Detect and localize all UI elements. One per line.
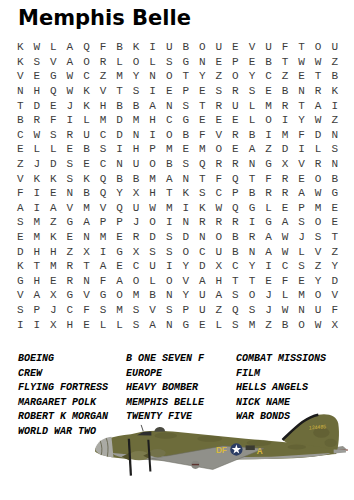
grid-cell: F bbox=[45, 113, 62, 128]
word-list-item: COMBAT MISSIONS bbox=[236, 352, 352, 367]
grid-cell: K bbox=[12, 259, 29, 274]
grid-cell: Z bbox=[211, 69, 228, 84]
camo-patch bbox=[197, 436, 222, 442]
grid-cell: U bbox=[211, 244, 228, 259]
grid-cell: I bbox=[260, 259, 277, 274]
grid-cell: Y bbox=[177, 288, 194, 303]
grid-cell: G bbox=[260, 215, 277, 230]
grid-cell: L bbox=[310, 142, 327, 157]
grid-cell: I bbox=[62, 113, 79, 128]
grid-cell: S bbox=[62, 157, 79, 172]
grid-cell: E bbox=[177, 142, 194, 157]
grid-cell: E bbox=[326, 215, 343, 230]
grid-cell: E bbox=[227, 40, 244, 55]
grid-cell: N bbox=[326, 157, 343, 172]
grid-cell: T bbox=[244, 171, 261, 186]
grid-cell: Z bbox=[326, 244, 343, 259]
grid-cell: O bbox=[177, 244, 194, 259]
grid-cell: J bbox=[29, 157, 46, 172]
grid-cell: R bbox=[211, 98, 228, 113]
grid-cell: Q bbox=[45, 84, 62, 99]
grid-cell: O bbox=[310, 40, 327, 55]
grid-cell: G bbox=[95, 288, 112, 303]
grid-cell: M bbox=[128, 113, 145, 128]
word-list-item: B ONE SEVEN F bbox=[126, 352, 236, 367]
grid-cell: U bbox=[144, 259, 161, 274]
grid-cell: M bbox=[144, 171, 161, 186]
grid-cell: N bbox=[293, 84, 310, 99]
grid-cell: H bbox=[29, 244, 46, 259]
grid-cell: A bbox=[12, 201, 29, 216]
grid-cell: A bbox=[194, 274, 211, 289]
grid-cell: K bbox=[78, 84, 95, 99]
grid-cell: R bbox=[211, 215, 228, 230]
grid-cell: T bbox=[310, 69, 327, 84]
grid-cell: M bbox=[277, 128, 294, 143]
grid-cell: N bbox=[244, 157, 261, 172]
grid-cell: T bbox=[227, 274, 244, 289]
grid-cell: D bbox=[310, 128, 327, 143]
grid-cell: T bbox=[194, 98, 211, 113]
grid-cell: O bbox=[111, 288, 128, 303]
grid-cell: L bbox=[144, 55, 161, 70]
grid-cell: Y bbox=[244, 69, 261, 84]
grid-cell: N bbox=[111, 157, 128, 172]
grid-cell: N bbox=[194, 230, 211, 245]
grid-cell: L bbox=[111, 317, 128, 332]
fuselage-code-left: DF bbox=[216, 446, 227, 455]
grid-cell: E bbox=[227, 113, 244, 128]
grid-cell: S bbox=[45, 128, 62, 143]
grid-cell: J bbox=[128, 215, 145, 230]
page-title: Memphis Belle bbox=[18, 6, 191, 30]
grid-cell: D bbox=[29, 98, 46, 113]
grid-cell: E bbox=[277, 201, 294, 216]
grid-cell: I bbox=[29, 186, 46, 201]
grid-cell: U bbox=[326, 40, 343, 55]
word-list-item: FLYING FORTRESS bbox=[18, 381, 126, 396]
grid-cell: X bbox=[211, 259, 228, 274]
grid-cell: A bbox=[244, 142, 261, 157]
grid-cell: B bbox=[277, 84, 294, 99]
grid-cell: V bbox=[144, 303, 161, 318]
grid-cell: N bbox=[12, 84, 29, 99]
grid-cell: A bbox=[111, 274, 128, 289]
grid-cell: N bbox=[62, 186, 79, 201]
grid-cell: O bbox=[194, 40, 211, 55]
grid-cell: A bbox=[293, 186, 310, 201]
grid-cell: Z bbox=[95, 69, 112, 84]
grid-cell: I bbox=[326, 98, 343, 113]
grid-cell: L bbox=[293, 244, 310, 259]
grid-cell: N bbox=[161, 288, 178, 303]
grid-cell: B bbox=[78, 142, 95, 157]
grid-cell: Q bbox=[95, 171, 112, 186]
grid-cell: G bbox=[12, 274, 29, 289]
grid-cell: W bbox=[62, 84, 79, 99]
grid-cell: T bbox=[244, 274, 261, 289]
grid-cell: S bbox=[177, 98, 194, 113]
grid-cell: R bbox=[227, 215, 244, 230]
grid-cell: B bbox=[326, 171, 343, 186]
b17-aircraft-illustration: 124485 DF A bbox=[92, 411, 348, 487]
word-list-item: MARGARET POLK bbox=[18, 396, 126, 411]
grid-cell: S bbox=[227, 317, 244, 332]
grid-cell: C bbox=[128, 259, 145, 274]
grid-cell: I bbox=[260, 128, 277, 143]
grid-cell: R bbox=[310, 84, 327, 99]
grid-cell: V bbox=[12, 288, 29, 303]
grid-cell: R bbox=[227, 128, 244, 143]
grid-cell: E bbox=[45, 274, 62, 289]
grid-cell: F bbox=[260, 171, 277, 186]
grid-cell: R bbox=[310, 157, 327, 172]
grid-cell: B bbox=[111, 98, 128, 113]
grid-cell: P bbox=[144, 142, 161, 157]
grid-cell: T bbox=[161, 186, 178, 201]
waist-hatch bbox=[246, 445, 255, 450]
grid-cell: T bbox=[326, 230, 343, 245]
grid-cell: J bbox=[62, 98, 79, 113]
grid-cell: K bbox=[78, 171, 95, 186]
tail-serial: 124485 bbox=[309, 423, 327, 430]
fuselage-code-right: A bbox=[257, 447, 263, 456]
grid-cell: M bbox=[310, 201, 327, 216]
grid-cell: S bbox=[211, 84, 228, 99]
grid-cell: A bbox=[211, 288, 228, 303]
grid-cell: S bbox=[161, 55, 178, 70]
grid-cell: N bbox=[78, 230, 95, 245]
grid-cell: N bbox=[177, 171, 194, 186]
grid-cell: I bbox=[144, 84, 161, 99]
grid-cell: Z bbox=[277, 69, 294, 84]
grid-cell: G bbox=[244, 201, 261, 216]
word-list-item: HELLS ANGELS bbox=[236, 381, 352, 396]
grid-cell: C bbox=[95, 128, 112, 143]
grid-cell: S bbox=[128, 317, 145, 332]
grid-cell: S bbox=[310, 230, 327, 245]
word-list-item: CREW bbox=[18, 367, 126, 382]
grid-cell: O bbox=[211, 142, 228, 157]
grid-cell: A bbox=[260, 244, 277, 259]
grid-cell: T bbox=[111, 84, 128, 99]
grid-cell: S bbox=[12, 303, 29, 318]
grid-cell: K bbox=[45, 230, 62, 245]
grid-cell: K bbox=[12, 40, 29, 55]
grid-cell: H bbox=[144, 113, 161, 128]
grid-cell: U bbox=[128, 201, 145, 216]
grid-cell: M bbox=[111, 303, 128, 318]
grid-cell: H bbox=[45, 244, 62, 259]
grid-cell: S bbox=[326, 142, 343, 157]
grid-cell: N bbox=[161, 317, 178, 332]
grid-cell: E bbox=[62, 142, 79, 157]
grid-cell: A bbox=[260, 230, 277, 245]
grid-cell: M bbox=[128, 288, 145, 303]
grid-cell: X bbox=[326, 317, 343, 332]
grid-cell: D bbox=[194, 259, 211, 274]
grid-cell: K bbox=[12, 55, 29, 70]
grid-cell: K bbox=[29, 171, 46, 186]
grid-cell: R bbox=[227, 157, 244, 172]
grid-cell: G bbox=[260, 157, 277, 172]
antenna-mast-icon bbox=[141, 425, 143, 431]
grid-cell: O bbox=[211, 230, 228, 245]
grid-cell: E bbox=[111, 259, 128, 274]
grid-cell: U bbox=[211, 40, 228, 55]
grid-cell: C bbox=[62, 303, 79, 318]
grid-cell: M bbox=[45, 259, 62, 274]
grid-cell: G bbox=[177, 113, 194, 128]
grid-cell: Y bbox=[244, 259, 261, 274]
tail-cone bbox=[334, 450, 346, 454]
grid-cell: C bbox=[95, 157, 112, 172]
grid-cell: W bbox=[29, 128, 46, 143]
grid-cell: E bbox=[62, 230, 79, 245]
grid-cell: G bbox=[62, 215, 79, 230]
grid-cell: B bbox=[326, 69, 343, 84]
grid-cell: R bbox=[62, 128, 79, 143]
grid-cell: V bbox=[95, 84, 112, 99]
grid-cell: C bbox=[12, 128, 29, 143]
nose-glazing bbox=[95, 437, 113, 457]
grid-cell: V bbox=[12, 171, 29, 186]
grid-cell: D bbox=[177, 230, 194, 245]
grid-cell: P bbox=[177, 303, 194, 318]
grid-cell: O bbox=[227, 69, 244, 84]
grid-cell: L bbox=[277, 288, 294, 303]
grid-cell: U bbox=[194, 303, 211, 318]
grid-cell: J bbox=[45, 303, 62, 318]
grid-cell: B bbox=[111, 40, 128, 55]
grid-cell: W bbox=[310, 186, 327, 201]
grid-cell: E bbox=[326, 201, 343, 216]
grid-cell: H bbox=[95, 98, 112, 113]
grid-cell: S bbox=[95, 142, 112, 157]
grid-cell: B bbox=[128, 98, 145, 113]
grid-cell: M bbox=[111, 69, 128, 84]
grid-cell: M bbox=[95, 113, 112, 128]
grid-cell: U bbox=[310, 303, 327, 318]
grid-cell: V bbox=[78, 288, 95, 303]
grid-cell: E bbox=[78, 317, 95, 332]
grid-cell: R bbox=[277, 171, 294, 186]
grid-cell: A bbox=[144, 317, 161, 332]
grid-cell: V bbox=[244, 40, 261, 55]
grid-cell: N bbox=[78, 274, 95, 289]
word-list-item: EUROPE bbox=[126, 367, 236, 382]
grid-cell: O bbox=[78, 55, 95, 70]
grid-cell: H bbox=[29, 84, 46, 99]
grid-cell: D bbox=[277, 142, 294, 157]
grid-cell: K bbox=[128, 40, 145, 55]
grid-cell: O bbox=[310, 215, 327, 230]
grid-cell: V bbox=[12, 69, 29, 84]
grid-cell: R bbox=[244, 230, 261, 245]
grid-cell: N bbox=[128, 128, 145, 143]
grid-cell: M bbox=[244, 317, 261, 332]
grid-cell: R bbox=[277, 186, 294, 201]
grid-cell: R bbox=[277, 98, 294, 113]
grid-cell: X bbox=[45, 288, 62, 303]
grid-cell: R bbox=[128, 230, 145, 245]
grid-cell: W bbox=[310, 317, 327, 332]
grid-cell: F bbox=[277, 40, 294, 55]
grid-cell: R bbox=[62, 259, 79, 274]
grid-cell: N bbox=[326, 128, 343, 143]
top-turret bbox=[154, 427, 165, 432]
grid-cell: Y bbox=[293, 113, 310, 128]
grid-cell: T bbox=[194, 171, 211, 186]
grid-cell: E bbox=[194, 317, 211, 332]
grid-cell: S bbox=[12, 215, 29, 230]
grid-cell: R bbox=[95, 55, 112, 70]
grid-cell: X bbox=[78, 244, 95, 259]
grid-cell: B bbox=[128, 171, 145, 186]
grid-cell: O bbox=[161, 128, 178, 143]
grid-cell: V bbox=[95, 201, 112, 216]
worksheet-page: { "game": "word-search", "title": "Memph… bbox=[0, 0, 354, 500]
grid-cell: B bbox=[177, 40, 194, 55]
grid-cell: N bbox=[194, 55, 211, 70]
grid-cell: N bbox=[144, 69, 161, 84]
grid-cell: E bbox=[260, 84, 277, 99]
grid-cell: I bbox=[161, 259, 178, 274]
grid-cell: G bbox=[177, 317, 194, 332]
grid-cell: M bbox=[29, 230, 46, 245]
grid-cell: A bbox=[78, 215, 95, 230]
grid-cell: S bbox=[29, 55, 46, 70]
grid-cell: M bbox=[194, 142, 211, 157]
grid-cell: C bbox=[78, 69, 95, 84]
grid-cell: J bbox=[293, 230, 310, 245]
word-list-item: FILM bbox=[236, 367, 352, 382]
fin-camo-patch bbox=[324, 439, 336, 447]
grid-cell: F bbox=[277, 274, 294, 289]
grid-cell: R bbox=[29, 113, 46, 128]
grid-cell: E bbox=[194, 113, 211, 128]
grid-cell: B bbox=[12, 113, 29, 128]
grid-cell: N bbox=[244, 244, 261, 259]
grid-cell: F bbox=[326, 303, 343, 318]
grid-cell: D bbox=[144, 230, 161, 245]
grid-cell: Z bbox=[211, 303, 228, 318]
grid-cell: P bbox=[227, 186, 244, 201]
grid-cell: O bbox=[161, 69, 178, 84]
grid-cell: O bbox=[144, 215, 161, 230]
grid-cell: P bbox=[293, 201, 310, 216]
grid-cell: C bbox=[161, 113, 178, 128]
grid-cell: I bbox=[144, 128, 161, 143]
grid-cell: M bbox=[293, 288, 310, 303]
grid-cell: K bbox=[78, 98, 95, 113]
grid-cell: J bbox=[260, 303, 277, 318]
grid-cell: R bbox=[194, 215, 211, 230]
grid-cell: S bbox=[62, 171, 79, 186]
grid-cell: H bbox=[144, 186, 161, 201]
grid-cell: L bbox=[29, 142, 46, 157]
grid-cell: Q bbox=[194, 157, 211, 172]
grid-cell: Q bbox=[227, 201, 244, 216]
grid-cell: P bbox=[29, 303, 46, 318]
grid-cell: R bbox=[260, 186, 277, 201]
grid-cell: X bbox=[277, 157, 294, 172]
grid-cell: E bbox=[12, 142, 29, 157]
grid-cell: V bbox=[293, 157, 310, 172]
grid-cell: Z bbox=[326, 113, 343, 128]
word-list-item: HEAVY BOMBER bbox=[126, 381, 236, 396]
grid-cell: S bbox=[293, 215, 310, 230]
grid-cell: H bbox=[62, 317, 79, 332]
grid-cell: D bbox=[45, 157, 62, 172]
grid-cell: D bbox=[111, 128, 128, 143]
grid-cell: W bbox=[211, 201, 228, 216]
grid-cell: G bbox=[45, 69, 62, 84]
grid-cell: T bbox=[78, 259, 95, 274]
grid-cell: X bbox=[45, 317, 62, 332]
grid-cell: S bbox=[128, 303, 145, 318]
grid-cell: B bbox=[177, 128, 194, 143]
grid-cell: A bbox=[310, 98, 327, 113]
grid-cell: M bbox=[29, 215, 46, 230]
grid-cell: A bbox=[161, 171, 178, 186]
grid-cell: S bbox=[227, 288, 244, 303]
grid-cell: N bbox=[177, 215, 194, 230]
grid-cell: M bbox=[78, 201, 95, 216]
grid-cell: E bbox=[211, 55, 228, 70]
grid-cell: Y bbox=[111, 186, 128, 201]
grid-cell: K bbox=[45, 171, 62, 186]
grid-cell: O bbox=[310, 288, 327, 303]
grid-cell: I bbox=[161, 215, 178, 230]
grid-cell: W bbox=[293, 55, 310, 70]
grid-cell: Q bbox=[95, 186, 112, 201]
grid-cell: Z bbox=[62, 244, 79, 259]
grid-cell: V bbox=[62, 201, 79, 216]
grid-cell: T bbox=[29, 259, 46, 274]
grid-cell: I bbox=[277, 113, 294, 128]
grid-cell: V bbox=[310, 244, 327, 259]
camo-patch bbox=[247, 440, 272, 446]
grid-cell: D bbox=[12, 244, 29, 259]
grid-cell: P bbox=[95, 215, 112, 230]
grid-cell: A bbox=[45, 201, 62, 216]
grid-cell: E bbox=[227, 142, 244, 157]
grid-cell: F bbox=[293, 128, 310, 143]
grid-cell: O bbox=[128, 274, 145, 289]
grid-cell: K bbox=[194, 201, 211, 216]
grid-cell: G bbox=[111, 244, 128, 259]
grid-cell: E bbox=[244, 55, 261, 70]
grid-cell: L bbox=[111, 55, 128, 70]
grid-cell: A bbox=[95, 259, 112, 274]
grid-cell: T bbox=[293, 98, 310, 113]
grid-cell: U bbox=[260, 40, 277, 55]
grid-cell: E bbox=[78, 157, 95, 172]
grid-cell: F bbox=[95, 40, 112, 55]
grid-cell: I bbox=[95, 244, 112, 259]
grid-cell: Y bbox=[177, 259, 194, 274]
grid-cell: V bbox=[211, 128, 228, 143]
grid-cell: F bbox=[78, 303, 95, 318]
grid-cell: W bbox=[277, 303, 294, 318]
grid-cell: Q bbox=[227, 303, 244, 318]
grid-cell: P bbox=[111, 215, 128, 230]
engine-nacelle bbox=[149, 449, 165, 457]
grid-cell: E bbox=[12, 230, 29, 245]
grid-cell: E bbox=[29, 69, 46, 84]
grid-cell: I bbox=[12, 317, 29, 332]
